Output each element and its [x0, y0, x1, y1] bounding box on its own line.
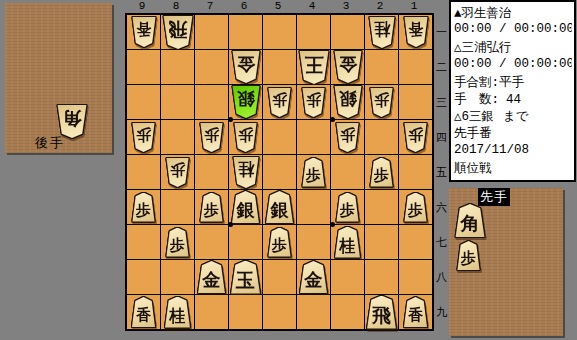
square-4八[interactable]: 金: [297, 260, 330, 294]
square-6四[interactable]: 歩: [229, 120, 262, 154]
game-info-panel: ▲羽生善治 00:00 / 00:00:00 △三浦弘行 00:00 / 00:…: [449, 0, 576, 182]
square-2八[interactable]: [365, 260, 398, 294]
square-7七[interactable]: [195, 225, 228, 259]
square-4一[interactable]: [297, 15, 330, 49]
square-1八[interactable]: [399, 260, 432, 294]
hand-piece-sente-歩[interactable]: 歩: [457, 241, 480, 270]
square-2一[interactable]: 桂: [365, 15, 398, 49]
piece-gote-香[interactable]: 香: [132, 17, 156, 47]
square-9七[interactable]: [127, 225, 160, 259]
square-1七[interactable]: [399, 225, 432, 259]
piece-shadow-wrap: 金: [300, 261, 328, 293]
event-name: 順位戦: [454, 160, 572, 177]
square-6六[interactable]: 銀: [229, 190, 262, 224]
piece-sente-歩[interactable]: 歩: [200, 193, 223, 222]
piece-gote-桂[interactable]: 桂: [233, 157, 259, 188]
piece-shadow-wrap: 角: [455, 204, 485, 237]
piece-sente-歩[interactable]: 歩: [132, 193, 155, 222]
piece-shadow-wrap: 銀: [232, 86, 260, 118]
hoshi-dot: [228, 117, 233, 122]
piece-sente-歩[interactable]: 歩: [302, 158, 325, 187]
piece-shadow-wrap: 香: [132, 17, 156, 47]
gote-player-name: △三浦弘行: [454, 39, 572, 56]
file-label-2: 2: [363, 0, 397, 12]
piece-sente-銀[interactable]: 銀: [266, 191, 294, 223]
piece-sente-金[interactable]: 金: [300, 261, 328, 293]
square-7五[interactable]: [195, 155, 228, 189]
piece-shadow-wrap: 歩: [336, 123, 359, 152]
shogi-app: { "game": "shogi", "position": { "sfen":…: [0, 0, 577, 340]
piece-sente-歩[interactable]: 歩: [336, 193, 359, 222]
square-9一[interactable]: 香: [127, 15, 160, 49]
square-8五[interactable]: 歩: [161, 155, 194, 189]
square-4九[interactable]: [297, 295, 330, 329]
piece-shadow-wrap: 金: [198, 261, 226, 293]
square-6一[interactable]: [229, 15, 262, 49]
move-count-value: 44: [506, 93, 521, 107]
piece-shadow-wrap: 歩: [457, 241, 480, 270]
piece-shadow-wrap: 歩: [302, 88, 325, 117]
square-4四[interactable]: [297, 120, 330, 154]
square-1三[interactable]: [399, 85, 432, 119]
shogi-board: 香飛桂香金王金銀歩歩銀歩歩歩歩歩歩歩桂歩歩歩歩銀銀歩歩歩歩桂金玉金香桂飛香: [125, 13, 434, 331]
piece-shadow-wrap: 歩: [132, 123, 155, 152]
rank-label-6: 六: [436, 190, 449, 225]
square-8八[interactable]: [161, 260, 194, 294]
hand-piece-gote-角[interactable]: 角: [57, 105, 87, 138]
square-3八[interactable]: [331, 260, 364, 294]
last-move-line: △6三銀まで: [454, 108, 572, 125]
piece-shadow-wrap: 香: [404, 297, 428, 327]
square-5三[interactable]: 歩: [263, 85, 296, 119]
move-count-label: 手 数:: [454, 93, 499, 107]
piece-shadow-wrap: 角: [57, 105, 87, 138]
square-8七[interactable]: 歩: [161, 225, 194, 259]
piece-sente-歩[interactable]: 歩: [268, 228, 291, 257]
piece-sente-歩[interactable]: 歩: [404, 193, 427, 222]
piece-gote-銀[interactable]: 銀: [334, 86, 362, 118]
square-9四[interactable]: 歩: [127, 120, 160, 154]
file-label-6: 6: [227, 0, 261, 12]
piece-shadow-wrap: 金: [232, 51, 260, 83]
square-6八[interactable]: 玉: [229, 260, 262, 294]
square-1四[interactable]: 歩: [399, 120, 432, 154]
square-2九[interactable]: 飛: [365, 295, 398, 329]
square-3九[interactable]: [331, 295, 364, 329]
square-2三[interactable]: 歩: [365, 85, 398, 119]
square-5五[interactable]: [263, 155, 296, 189]
square-5四[interactable]: [263, 120, 296, 154]
piece-shadow-wrap: 歩: [268, 228, 291, 257]
square-8二[interactable]: [161, 50, 194, 84]
square-3三[interactable]: 銀: [331, 85, 364, 119]
piece-gote-飛[interactable]: 飛: [163, 16, 193, 49]
square-7八[interactable]: 金: [195, 260, 228, 294]
rank-coordinates: 一二三四五六七八九: [436, 15, 449, 330]
square-4三[interactable]: 歩: [297, 85, 330, 119]
piece-sente-香[interactable]: 香: [132, 297, 156, 327]
file-label-4: 4: [295, 0, 329, 12]
rank-label-3: 三: [436, 85, 449, 120]
square-9三[interactable]: [127, 85, 160, 119]
rank-label-8: 八: [436, 260, 449, 295]
piece-shadow-wrap: 桂: [165, 297, 191, 328]
game-date: 2017/11/08: [454, 143, 572, 160]
file-label-8: 8: [159, 0, 193, 12]
square-2七[interactable]: [365, 225, 398, 259]
square-7六[interactable]: 歩: [195, 190, 228, 224]
sente-clock: 00:00 / 00:00:00: [454, 22, 572, 39]
rank-label-4: 四: [436, 120, 449, 155]
hoshi-dot: [330, 117, 335, 122]
square-6二[interactable]: 金: [229, 50, 262, 84]
square-6九[interactable]: [229, 295, 262, 329]
piece-gote-桂[interactable]: 桂: [369, 17, 395, 48]
piece-shadow-wrap: 歩: [302, 158, 325, 187]
piece-shadow-wrap: 香: [132, 297, 156, 327]
piece-shadow-wrap: 銀: [266, 191, 294, 223]
move-count-line: 手 数:44: [454, 91, 572, 108]
square-7一[interactable]: [195, 15, 228, 49]
piece-shadow-wrap: 桂: [233, 157, 259, 188]
square-9五[interactable]: [127, 155, 160, 189]
sente-hand-tray: 先手 角歩: [449, 188, 563, 336]
square-5二[interactable]: [263, 50, 296, 84]
square-9九[interactable]: 香: [127, 295, 160, 329]
square-2二[interactable]: [365, 50, 398, 84]
square-3四[interactable]: 歩: [331, 120, 364, 154]
file-label-9: 9: [125, 0, 159, 12]
file-label-5: 5: [261, 0, 295, 12]
rank-label-7: 七: [436, 225, 449, 260]
piece-gote-歩[interactable]: 歩: [370, 88, 393, 117]
last-move-text: △6三銀: [454, 110, 494, 124]
piece-shadow-wrap: 桂: [369, 17, 395, 48]
piece-shadow-wrap: 歩: [200, 123, 223, 152]
piece-shadow-wrap: 歩: [370, 88, 393, 117]
square-2四[interactable]: [365, 120, 398, 154]
square-8三[interactable]: [161, 85, 194, 119]
piece-sente-歩[interactable]: 歩: [370, 158, 393, 187]
square-1九[interactable]: 香: [399, 295, 432, 329]
piece-gote-金[interactable]: 金: [334, 51, 362, 83]
square-8九[interactable]: 桂: [161, 295, 194, 329]
piece-gote-王[interactable]: 王: [299, 51, 329, 84]
piece-shadow-wrap: 桂: [335, 227, 361, 258]
turn-indicator: 先手番: [454, 125, 572, 142]
piece-sente-桂[interactable]: 桂: [165, 297, 191, 328]
piece-shadow-wrap: 歩: [166, 158, 189, 187]
piece-sente-歩[interactable]: 歩: [166, 228, 189, 257]
square-1二[interactable]: [399, 50, 432, 84]
piece-gote-歩[interactable]: 歩: [404, 123, 427, 152]
piece-gote-歩[interactable]: 歩: [268, 88, 291, 117]
piece-shadow-wrap: 香: [404, 17, 428, 47]
piece-gote-歩[interactable]: 歩: [336, 123, 359, 152]
piece-gote-歩[interactable]: 歩: [302, 88, 325, 117]
handicap-text: 手合割:平手: [454, 74, 572, 91]
piece-sente-桂[interactable]: 桂: [335, 227, 361, 258]
square-4二[interactable]: 王: [297, 50, 330, 84]
piece-gote-金[interactable]: 金: [232, 51, 260, 83]
piece-shadow-wrap: 歩: [404, 123, 427, 152]
piece-shadow-wrap: 歩: [336, 193, 359, 222]
hoshi-dot: [330, 222, 335, 227]
piece-shadow-wrap: 歩: [404, 193, 427, 222]
rank-label-9: 九: [436, 295, 449, 330]
piece-gote-歩[interactable]: 歩: [132, 123, 155, 152]
piece-gote-銀[interactable]: 銀: [232, 86, 260, 118]
square-5九[interactable]: [263, 295, 296, 329]
piece-shadow-wrap: 歩: [268, 88, 291, 117]
piece-shadow-wrap: 金: [334, 51, 362, 83]
piece-shadow-wrap: 銀: [232, 191, 260, 223]
square-5六[interactable]: 銀: [263, 190, 296, 224]
piece-sente-飛[interactable]: 飛: [367, 296, 397, 329]
square-3七[interactable]: 桂: [331, 225, 364, 259]
square-8六[interactable]: [161, 190, 194, 224]
file-coordinates: 987654321: [125, 0, 434, 12]
gote-hand-tray: 後手 角: [5, 3, 112, 153]
piece-gote-歩[interactable]: 歩: [166, 158, 189, 187]
square-7二[interactable]: [195, 50, 228, 84]
square-1六[interactable]: 歩: [399, 190, 432, 224]
square-9八[interactable]: [127, 260, 160, 294]
piece-sente-香[interactable]: 香: [404, 297, 428, 327]
last-move-suffix: まで: [503, 110, 529, 124]
square-4五[interactable]: 歩: [297, 155, 330, 189]
hoshi-dot: [228, 222, 233, 227]
square-9六[interactable]: 歩: [127, 190, 160, 224]
square-3二[interactable]: 金: [331, 50, 364, 84]
square-1五[interactable]: [399, 155, 432, 189]
rank-label-5: 五: [436, 155, 449, 190]
square-4六[interactable]: [297, 190, 330, 224]
square-5八[interactable]: [263, 260, 296, 294]
piece-shadow-wrap: 銀: [334, 86, 362, 118]
square-6七[interactable]: [229, 225, 262, 259]
square-3六[interactable]: 歩: [331, 190, 364, 224]
piece-gote-香[interactable]: 香: [404, 17, 428, 47]
square-2五[interactable]: 歩: [365, 155, 398, 189]
rank-label-1: 一: [436, 15, 449, 50]
square-6五[interactable]: 桂: [229, 155, 262, 189]
piece-sente-銀[interactable]: 銀: [232, 191, 260, 223]
square-7九[interactable]: [195, 295, 228, 329]
square-3一[interactable]: [331, 15, 364, 49]
square-8一[interactable]: 飛: [161, 15, 194, 49]
piece-shadow-wrap: 歩: [166, 228, 189, 257]
file-label-7: 7: [193, 0, 227, 12]
piece-sente-玉[interactable]: 玉: [231, 261, 261, 294]
square-9二[interactable]: [127, 50, 160, 84]
piece-gote-歩[interactable]: 歩: [234, 123, 257, 152]
rank-label-2: 二: [436, 50, 449, 85]
square-5一[interactable]: [263, 15, 296, 49]
piece-shadow-wrap: 歩: [370, 158, 393, 187]
piece-sente-金[interactable]: 金: [198, 261, 226, 293]
square-1一[interactable]: 香: [399, 15, 432, 49]
square-7三[interactable]: [195, 85, 228, 119]
square-5七[interactable]: 歩: [263, 225, 296, 259]
piece-shadow-wrap: 歩: [132, 193, 155, 222]
piece-gote-歩[interactable]: 歩: [200, 123, 223, 152]
piece-shadow-wrap: 歩: [200, 193, 223, 222]
square-8四[interactable]: [161, 120, 194, 154]
piece-shadow-wrap: 歩: [234, 123, 257, 152]
piece-shadow-wrap: 王: [299, 51, 329, 84]
piece-shadow-wrap: 玉: [231, 261, 261, 294]
file-label-3: 3: [329, 0, 363, 12]
square-3五[interactable]: [331, 155, 364, 189]
square-4七[interactable]: [297, 225, 330, 259]
square-6三[interactable]: 銀: [229, 85, 262, 119]
square-2六[interactable]: [365, 190, 398, 224]
hand-piece-sente-角[interactable]: 角: [455, 204, 485, 237]
square-7四[interactable]: 歩: [195, 120, 228, 154]
piece-shadow-wrap: 飛: [163, 16, 193, 49]
gote-clock: 00:00 / 00:00:00: [454, 57, 572, 74]
sente-player-name: ▲羽生善治: [454, 5, 572, 22]
piece-shadow-wrap: 飛: [367, 296, 397, 329]
file-label-1: 1: [397, 0, 431, 12]
